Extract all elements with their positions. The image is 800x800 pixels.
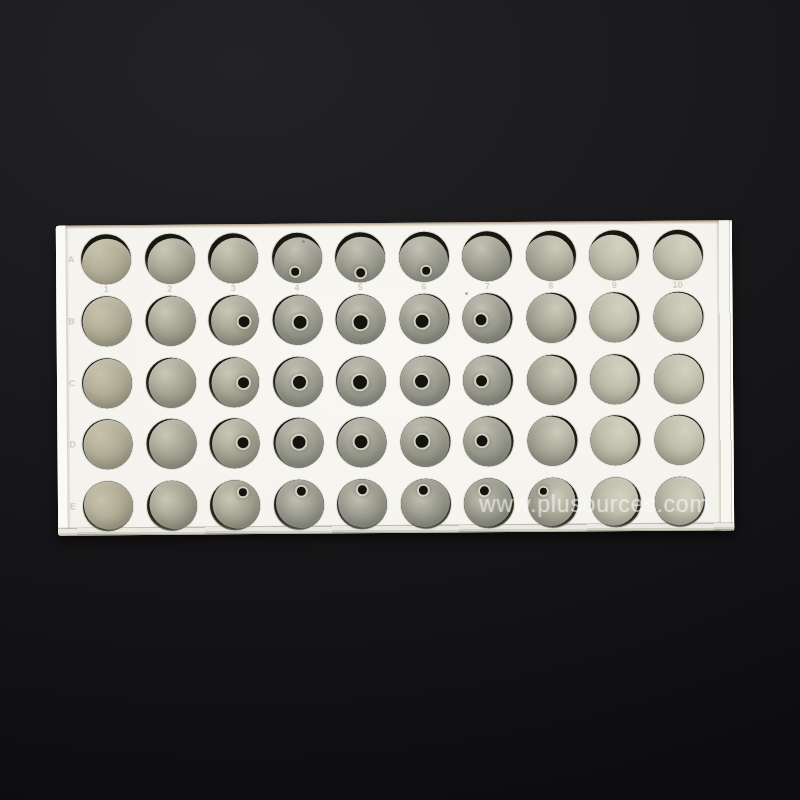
through-hole-dot xyxy=(415,375,428,388)
tube-well xyxy=(145,295,195,345)
through-hole-dot xyxy=(353,375,367,389)
tube-well xyxy=(526,354,576,404)
column-number-label: 7 xyxy=(485,281,490,291)
through-hole-dot xyxy=(419,485,428,494)
watermark-text: www.plusources.com xyxy=(479,491,709,518)
through-hole-dot xyxy=(239,488,247,496)
through-hole-dot xyxy=(291,268,299,276)
column-number-label: 10 xyxy=(672,280,683,290)
well-interior xyxy=(82,239,131,285)
well-interior xyxy=(463,417,511,467)
well-interior xyxy=(463,355,511,405)
well-interior xyxy=(398,236,447,282)
tube-well xyxy=(208,233,258,283)
tube-well xyxy=(82,358,132,408)
well-interior xyxy=(273,237,321,283)
tube-well xyxy=(652,230,702,280)
row-letter-label: B xyxy=(68,316,75,326)
through-hole-dot xyxy=(422,267,430,275)
well-interior xyxy=(590,354,638,404)
tube-well xyxy=(526,292,576,342)
tube-well xyxy=(82,419,132,469)
tube-well xyxy=(527,416,577,466)
tube-well xyxy=(462,293,512,343)
tube-well xyxy=(590,415,640,465)
plastic-speck xyxy=(302,240,305,243)
tube-well xyxy=(653,291,703,341)
tube-well xyxy=(144,234,194,284)
through-holes xyxy=(56,220,732,225)
tube-well xyxy=(463,416,513,466)
rack-top-edge xyxy=(56,220,732,229)
through-hole-dot xyxy=(354,435,367,448)
well-interior xyxy=(526,293,574,343)
well-interior xyxy=(526,355,574,405)
through-hole-dot xyxy=(356,268,365,277)
through-hole-dot xyxy=(475,375,486,386)
plastic-speck xyxy=(465,292,468,295)
tube-well xyxy=(209,357,259,407)
tube-well xyxy=(209,418,259,468)
well-interior xyxy=(525,235,573,281)
well-interior xyxy=(653,354,702,404)
tube-well xyxy=(81,234,131,284)
well-interior xyxy=(653,292,702,342)
row-letter-label: D xyxy=(69,440,76,450)
well-interior xyxy=(462,293,510,343)
well-interior xyxy=(148,419,196,469)
column-number-label: 9 xyxy=(612,280,617,290)
well-interior xyxy=(211,295,259,345)
tube-well xyxy=(589,230,639,280)
column-number-label: 8 xyxy=(548,281,553,291)
tube-well xyxy=(590,354,640,404)
tube-well xyxy=(208,295,258,345)
well-interior xyxy=(590,416,638,466)
through-hole-dot xyxy=(415,435,428,448)
through-hole-dot xyxy=(476,435,487,446)
well-interior xyxy=(147,238,195,284)
column-number-label: 3 xyxy=(231,283,236,293)
well-interior xyxy=(147,296,195,346)
tube-well xyxy=(462,231,512,281)
through-hole-dot xyxy=(238,316,249,327)
column-number-label: 4 xyxy=(294,283,299,293)
column-number-label: 2 xyxy=(167,284,172,294)
tube-well xyxy=(463,355,513,405)
well-interior xyxy=(83,358,132,408)
tube-well xyxy=(210,480,260,530)
tube-well xyxy=(589,292,639,342)
column-number-label: 1 xyxy=(104,284,109,294)
tube-rack: 12345678910ABCDE xyxy=(56,220,734,535)
well-interior xyxy=(212,480,260,529)
row-letter-label: C xyxy=(69,378,76,388)
through-hole-dot xyxy=(297,486,306,495)
well-interior xyxy=(210,238,258,284)
well-interior xyxy=(589,235,637,281)
tube-well xyxy=(145,357,195,407)
rack-right-edge xyxy=(716,220,734,530)
column-number-label: 5 xyxy=(358,282,363,292)
well-interior xyxy=(82,296,131,346)
well-interior xyxy=(83,420,132,470)
well-interior xyxy=(527,416,575,466)
tube-well xyxy=(83,481,133,531)
embossed-labels: 12345678910ABCDE xyxy=(56,220,732,225)
through-hole-dot xyxy=(237,437,248,448)
photo-background: 12345678910ABCDE www.plusources.com xyxy=(0,0,800,800)
well-interior xyxy=(211,357,259,407)
through-hole-dot xyxy=(357,485,366,494)
tube-well xyxy=(146,481,196,531)
tube-well xyxy=(81,296,131,346)
well-grid xyxy=(56,220,732,225)
tube-well xyxy=(653,353,703,403)
tube-well xyxy=(146,419,196,469)
through-hole-dot xyxy=(292,436,305,449)
well-interior xyxy=(652,234,701,280)
row-letter-label: A xyxy=(68,255,75,265)
well-interior xyxy=(654,415,703,465)
well-interior xyxy=(149,481,197,530)
column-number-label: 6 xyxy=(421,282,426,292)
through-hole-dot xyxy=(354,315,368,329)
tube-well xyxy=(654,415,704,465)
well-interior xyxy=(84,481,133,530)
well-interior xyxy=(212,419,260,469)
well-interior xyxy=(148,358,196,408)
through-hole-dot xyxy=(293,376,306,389)
well-interior xyxy=(589,292,637,342)
tube-well xyxy=(525,231,575,281)
row-letter-label: E xyxy=(70,502,76,512)
through-hole-dot xyxy=(237,377,248,388)
well-interior xyxy=(462,236,510,282)
through-hole-dot xyxy=(475,315,486,326)
